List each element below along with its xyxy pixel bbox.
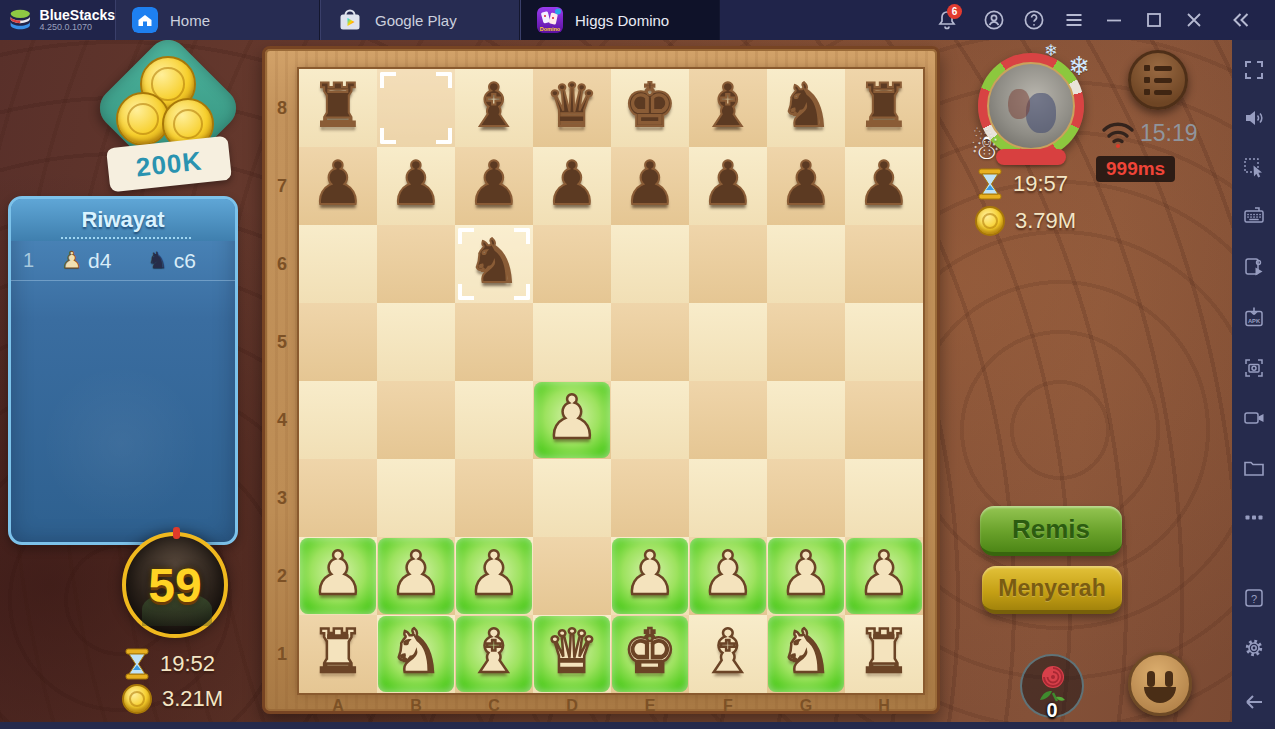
brand-version: 4.250.0.1070 xyxy=(40,23,115,32)
move-marker-corner xyxy=(380,72,396,88)
reward-amount: 200K xyxy=(134,145,203,183)
tab-google-play[interactable]: Google Play xyxy=(320,0,520,40)
maximize-icon[interactable] xyxy=(1142,8,1166,32)
rank-label-8: 8 xyxy=(265,69,299,147)
square-g4[interactable] xyxy=(767,381,845,459)
home-icon xyxy=(132,7,158,33)
chess-board: ♜♝♛♚♝♞♜♟♟♟♟♟♟♟♟♞♟♟♟♟♟♟♟♟♜♞♝♛♚♝♞♜ xyxy=(299,69,923,693)
white-rook[interactable]: ♜ xyxy=(857,621,911,681)
rank-label-7: 7 xyxy=(265,147,299,225)
file-label-H: H xyxy=(845,695,923,717)
rose-gift-button[interactable]: 0 xyxy=(1020,654,1084,718)
square-d6[interactable] xyxy=(533,225,611,303)
file-label-B: B xyxy=(377,695,455,717)
snowflake-icon: ❄ xyxy=(1068,51,1090,81)
macro-recorder-icon[interactable] xyxy=(1242,255,1266,279)
black-rook[interactable]: ♜ xyxy=(311,75,365,135)
opponent-coins: 3.79M xyxy=(1015,208,1076,234)
white-bishop[interactable]: ♝ xyxy=(467,621,521,681)
square-f3[interactable] xyxy=(689,459,767,537)
move-history-panel: Riwayat 1 ♟ d4 ♞ c6 xyxy=(8,196,238,545)
square-a3[interactable] xyxy=(299,459,377,537)
black-knight-icon: ♞ xyxy=(147,249,168,272)
more-options-icon[interactable] xyxy=(1242,505,1266,529)
square-e6[interactable] xyxy=(611,225,689,303)
square-h8[interactable]: ♜ xyxy=(845,69,923,147)
notifications-bell-icon[interactable]: 6 xyxy=(935,8,959,32)
square-e4[interactable] xyxy=(611,381,689,459)
square-b5[interactable] xyxy=(377,303,455,381)
file-label-D: D xyxy=(533,695,611,717)
bluestacks-toolbar: APK ? xyxy=(1232,40,1275,722)
black-pawn[interactable]: ♟ xyxy=(779,153,833,213)
coin-icon xyxy=(975,206,1005,236)
game-menu-button[interactable] xyxy=(1128,50,1188,110)
brand-name: BlueStacks xyxy=(40,8,115,23)
move-number: 1 xyxy=(23,249,51,272)
opponent-clock-row: 19:57 xyxy=(977,168,1068,200)
square-e1[interactable]: ♚ xyxy=(611,615,689,693)
square-d8[interactable]: ♛ xyxy=(533,69,611,147)
black-pawn[interactable]: ♟ xyxy=(701,153,755,213)
move-marker-corner xyxy=(436,72,452,88)
square-g2[interactable]: ♟ xyxy=(767,537,845,615)
collapse-sidebar-icon[interactable] xyxy=(1228,8,1252,32)
keyboard-icon[interactable] xyxy=(1242,204,1266,228)
square-g8[interactable]: ♞ xyxy=(767,69,845,147)
snowflake-icon: ❄ xyxy=(1045,41,1058,60)
install-apk-icon[interactable]: APK xyxy=(1242,305,1266,329)
square-a6[interactable] xyxy=(299,225,377,303)
bluestacks-brand: BlueStacks 4.250.0.1070 xyxy=(0,0,115,40)
black-king[interactable]: ♚ xyxy=(623,75,677,135)
white-pawn[interactable]: ♟ xyxy=(701,543,755,603)
move-marker-corner xyxy=(458,284,474,300)
move-row: 1 ♟ d4 ♞ c6 xyxy=(11,241,235,281)
draw-button[interactable]: Remis xyxy=(980,506,1122,556)
black-pawn[interactable]: ♟ xyxy=(311,153,365,213)
apk-icon-label: APK xyxy=(1248,318,1261,324)
square-a8[interactable]: ♜ xyxy=(299,69,377,147)
white-pawn-icon: ♟ xyxy=(61,249,82,272)
square-a7[interactable]: ♟ xyxy=(299,147,377,225)
white-knight[interactable]: ♞ xyxy=(779,621,833,681)
tab-google-play-label: Google Play xyxy=(375,12,457,29)
resign-button-label: Menyerah xyxy=(998,575,1105,602)
square-a2[interactable]: ♟ xyxy=(299,537,377,615)
square-g6[interactable] xyxy=(767,225,845,303)
rank-label-1: 1 xyxy=(265,615,299,693)
scarf-decoration xyxy=(996,149,1066,165)
bluestacks-window: BlueStacks 4.250.0.1070 Home Google Play xyxy=(0,0,1275,729)
square-c3[interactable] xyxy=(455,459,533,537)
screen-record-icon[interactable] xyxy=(1242,406,1266,430)
snowman-icon: ☃ xyxy=(970,127,1000,167)
square-a5[interactable] xyxy=(299,303,377,381)
square-h3[interactable] xyxy=(845,459,923,537)
player-coins-row: 3.21M xyxy=(122,684,223,714)
move-marker-corner xyxy=(380,128,396,144)
move-marker-corner xyxy=(436,128,452,144)
file-label-F: F xyxy=(689,695,767,717)
square-e5[interactable] xyxy=(611,303,689,381)
square-a1[interactable]: ♜ xyxy=(299,615,377,693)
square-d7[interactable]: ♟ xyxy=(533,147,611,225)
google-play-icon xyxy=(337,7,363,33)
notification-badge: 6 xyxy=(947,4,962,19)
shortcuts-help-icon[interactable]: ? xyxy=(1242,586,1266,610)
reward-amount-tag: 200K xyxy=(106,136,232,193)
square-d3[interactable] xyxy=(533,459,611,537)
white-pawn[interactable]: ♟ xyxy=(857,543,911,603)
square-e3[interactable] xyxy=(611,459,689,537)
opponent-clock: 19:57 xyxy=(1013,171,1068,197)
window-bottom-edge xyxy=(0,722,1275,729)
hourglass-icon xyxy=(977,168,1003,200)
rank-label-5: 5 xyxy=(265,303,299,381)
white-knight[interactable]: ♞ xyxy=(389,621,443,681)
square-c5[interactable] xyxy=(455,303,533,381)
player-avatar-turn-timer[interactable]: 59 xyxy=(122,532,228,638)
cursor-select-icon[interactable] xyxy=(1242,156,1266,180)
chess-board-frame: ♜♝♛♚♝♞♜♟♟♟♟♟♟♟♟♞♟♟♟♟♟♟♟♟♜♞♝♛♚♝♞♜ 8765432… xyxy=(262,46,940,714)
bluestacks-logo-icon xyxy=(8,6,33,34)
square-b1[interactable]: ♞ xyxy=(377,615,455,693)
square-f8[interactable]: ♝ xyxy=(689,69,767,147)
square-f2[interactable]: ♟ xyxy=(689,537,767,615)
white-bishop[interactable]: ♝ xyxy=(701,621,755,681)
menu-list-icon xyxy=(1144,89,1172,95)
square-b8[interactable] xyxy=(377,69,455,147)
square-d2[interactable] xyxy=(533,537,611,615)
file-label-G: G xyxy=(767,695,845,717)
help-circle-icon[interactable] xyxy=(1022,8,1046,32)
square-b6[interactable] xyxy=(377,225,455,303)
tab-home[interactable]: Home xyxy=(115,0,320,40)
white-queen[interactable]: ♛ xyxy=(545,621,599,681)
square-c4[interactable] xyxy=(455,381,533,459)
square-b7[interactable]: ♟ xyxy=(377,147,455,225)
fullscreen-icon[interactable] xyxy=(1242,58,1266,82)
square-e7[interactable]: ♟ xyxy=(611,147,689,225)
black-pawn[interactable]: ♟ xyxy=(545,153,599,213)
square-b2[interactable]: ♟ xyxy=(377,537,455,615)
minimize-icon[interactable] xyxy=(1102,8,1126,32)
square-f1[interactable]: ♝ xyxy=(689,615,767,693)
draw-button-label: Remis xyxy=(1012,514,1090,545)
square-g7[interactable]: ♟ xyxy=(767,147,845,225)
square-d5[interactable] xyxy=(533,303,611,381)
file-label-A: A xyxy=(299,695,377,717)
square-c2[interactable]: ♟ xyxy=(455,537,533,615)
screenshot-icon[interactable] xyxy=(1242,356,1266,380)
black-queen[interactable]: ♛ xyxy=(545,75,599,135)
tab-higgs-domino[interactable]: Domino Higgs Domino xyxy=(520,0,720,40)
white-king[interactable]: ♚ xyxy=(623,621,677,681)
menu-list-icon xyxy=(1144,65,1172,71)
square-g5[interactable] xyxy=(767,303,845,381)
square-c6[interactable]: ♞ xyxy=(455,225,533,303)
square-f7[interactable]: ♟ xyxy=(689,147,767,225)
account-icon[interactable] xyxy=(982,8,1006,32)
higgs-icon-text: Domino xyxy=(540,26,561,32)
white-pawn[interactable]: ♟ xyxy=(467,543,521,603)
square-c8[interactable]: ♝ xyxy=(455,69,533,147)
black-rook[interactable]: ♜ xyxy=(857,75,911,135)
wifi-signal-icon xyxy=(1100,118,1136,148)
black-pawn[interactable]: ♟ xyxy=(623,153,677,213)
square-h2[interactable]: ♟ xyxy=(845,537,923,615)
menu-hamburger-icon[interactable] xyxy=(1062,8,1086,32)
emoji-button[interactable] xyxy=(1128,652,1192,716)
white-pawn[interactable]: ♟ xyxy=(779,543,833,603)
rose-count: 0 xyxy=(1046,699,1057,722)
square-h1[interactable]: ♜ xyxy=(845,615,923,693)
close-icon[interactable] xyxy=(1182,8,1206,32)
pot-reward: 200K xyxy=(88,40,248,200)
white-pawn[interactable]: ♟ xyxy=(389,543,443,603)
opponent-coins-row: 3.79M xyxy=(975,206,1076,236)
file-label-C: C xyxy=(455,695,533,717)
black-bishop[interactable]: ♝ xyxy=(467,75,521,135)
white-pawn[interactable]: ♟ xyxy=(623,543,677,603)
player-coins: 3.21M xyxy=(162,686,223,712)
black-knight[interactable]: ♞ xyxy=(467,231,521,291)
square-a4[interactable] xyxy=(299,381,377,459)
tab-higgs-domino-label: Higgs Domino xyxy=(575,12,669,29)
window-controls: 6 xyxy=(915,0,1275,40)
turn-countdown: 59 xyxy=(148,558,201,613)
black-knight[interactable]: ♞ xyxy=(779,75,833,135)
square-b3[interactable] xyxy=(377,459,455,537)
black-move: c6 xyxy=(174,249,223,273)
square-f5[interactable] xyxy=(689,303,767,381)
ping-badge: 999ms xyxy=(1096,156,1175,182)
square-e8[interactable]: ♚ xyxy=(611,69,689,147)
rank-label-6: 6 xyxy=(265,225,299,303)
smiley-face-icon xyxy=(1147,671,1155,687)
square-h6[interactable] xyxy=(845,225,923,303)
coin-icon xyxy=(122,684,152,714)
square-b4[interactable] xyxy=(377,381,455,459)
square-h7[interactable]: ♟ xyxy=(845,147,923,225)
hourglass-icon xyxy=(124,648,150,680)
black-pawn[interactable]: ♟ xyxy=(857,153,911,213)
black-pawn[interactable]: ♟ xyxy=(467,153,521,213)
black-bishop[interactable]: ♝ xyxy=(701,75,755,135)
media-folder-icon[interactable] xyxy=(1242,456,1266,480)
square-g3[interactable] xyxy=(767,459,845,537)
system-time: 15:19 xyxy=(1140,120,1198,147)
back-icon[interactable] xyxy=(1242,690,1266,714)
square-h4[interactable] xyxy=(845,381,923,459)
square-c7[interactable]: ♟ xyxy=(455,147,533,225)
move-marker-corner xyxy=(514,284,530,300)
history-title: Riwayat xyxy=(81,207,164,233)
square-g1[interactable]: ♞ xyxy=(767,615,845,693)
move-marker-corner xyxy=(458,228,474,244)
square-h5[interactable] xyxy=(845,303,923,381)
rank-label-4: 4 xyxy=(265,381,299,459)
square-f4[interactable] xyxy=(689,381,767,459)
file-label-E: E xyxy=(611,695,689,717)
history-header: Riwayat xyxy=(11,199,235,241)
white-pawn[interactable]: ♟ xyxy=(311,543,365,603)
game-stage: 200K Riwayat 1 ♟ d4 ♞ c6 59 xyxy=(0,40,1232,722)
volume-icon[interactable] xyxy=(1242,106,1266,130)
square-d1[interactable]: ♛ xyxy=(533,615,611,693)
settings-gear-icon[interactable] xyxy=(1242,636,1266,660)
square-e2[interactable]: ♟ xyxy=(611,537,689,615)
player-clock: 19:52 xyxy=(160,651,215,677)
help-icon-glyph: ? xyxy=(1251,593,1257,605)
square-c1[interactable]: ♝ xyxy=(455,615,533,693)
resign-button[interactable]: Menyerah xyxy=(982,566,1122,614)
white-move: d4 xyxy=(88,249,137,273)
white-pawn[interactable]: ♟ xyxy=(545,387,599,447)
higgs-domino-icon: Domino xyxy=(537,7,563,33)
rank-label-3: 3 xyxy=(265,459,299,537)
black-pawn[interactable]: ♟ xyxy=(389,153,443,213)
white-rook[interactable]: ♜ xyxy=(311,621,365,681)
move-marker-corner xyxy=(514,228,530,244)
tab-home-label: Home xyxy=(170,12,210,29)
square-d4[interactable]: ♟ xyxy=(533,381,611,459)
opponent-avatar[interactable]: ☃ ❄ ❄ xyxy=(978,53,1084,159)
title-bar: BlueStacks 4.250.0.1070 Home Google Play xyxy=(0,0,1275,40)
square-f6[interactable] xyxy=(689,225,767,303)
menu-list-icon xyxy=(1144,77,1172,83)
rank-label-2: 2 xyxy=(265,537,299,615)
player-clock-row: 19:52 xyxy=(124,648,215,680)
